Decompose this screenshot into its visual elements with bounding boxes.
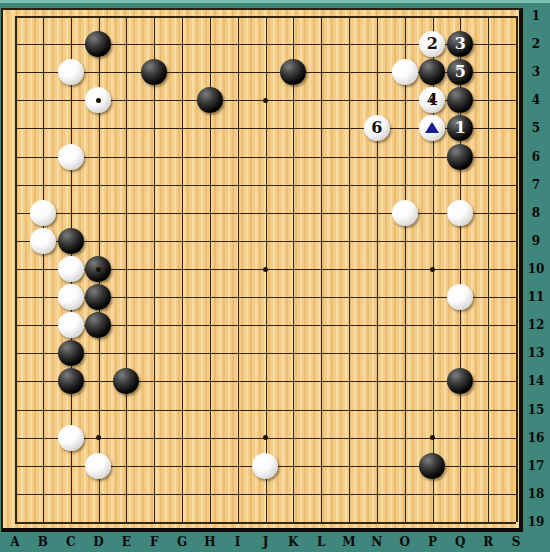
star-point	[96, 267, 101, 272]
col-label-K: K	[284, 535, 302, 549]
board-point-Q5: 1	[446, 114, 474, 142]
star-point	[96, 98, 101, 103]
board-point-H4	[196, 86, 224, 114]
stone-white-P5[interactable]	[419, 115, 445, 141]
stone-white-C11[interactable]	[58, 284, 84, 310]
row-label-15: 15	[524, 403, 548, 417]
stone-black-P17[interactable]	[419, 453, 445, 479]
row-label-7: 7	[524, 178, 548, 192]
stone-white-Q8[interactable]	[447, 200, 473, 226]
stone-black-F3[interactable]	[141, 59, 167, 85]
col-label-A: A	[6, 535, 24, 549]
row-label-19: 19	[524, 515, 548, 529]
col-label-B: B	[34, 535, 52, 549]
board-point-O3	[391, 58, 419, 86]
stone-black-C13[interactable]	[58, 340, 84, 366]
stone-black-Q6[interactable]	[447, 144, 473, 170]
stone-black-H4[interactable]	[197, 87, 223, 113]
board-point-D11	[85, 283, 113, 311]
stone-black-Q4[interactable]	[447, 87, 473, 113]
board-point-D2	[85, 30, 113, 58]
stone-white-P2[interactable]: 2	[419, 31, 445, 57]
col-label-D: D	[90, 535, 108, 549]
row-label-6: 6	[524, 150, 548, 164]
row-label-16: 16	[524, 431, 548, 445]
col-label-E: E	[117, 535, 135, 549]
col-label-I: I	[229, 535, 247, 549]
board-point-D17	[85, 452, 113, 480]
board-point-Q6	[446, 142, 474, 170]
stone-white-C6[interactable]	[58, 144, 84, 170]
stone-white-J17[interactable]	[252, 453, 278, 479]
board-point-D12	[85, 311, 113, 339]
stone-black-E14[interactable]	[113, 368, 139, 394]
triangle-marker	[425, 122, 439, 133]
board-point-Q8	[446, 199, 474, 227]
stone-black-D2[interactable]	[85, 31, 111, 57]
board-point-P2: 2	[419, 30, 447, 58]
row-label-10: 10	[524, 262, 548, 276]
board-point-O8	[391, 199, 419, 227]
row-label-5: 5	[524, 121, 548, 135]
stone-black-D11[interactable]	[85, 284, 111, 310]
board-point-B8	[29, 199, 57, 227]
stone-white-O3[interactable]	[392, 59, 418, 85]
stone-black-Q2[interactable]: 3	[447, 31, 473, 57]
board-point-N5: 6	[363, 114, 391, 142]
col-label-R: R	[479, 535, 497, 549]
stone-black-D12[interactable]	[85, 312, 111, 338]
col-label-P: P	[424, 535, 442, 549]
col-label-N: N	[368, 535, 386, 549]
row-label-11: 11	[524, 290, 548, 304]
col-label-M: M	[340, 535, 358, 549]
board-point-K3	[279, 58, 307, 86]
col-label-H: H	[201, 535, 219, 549]
board-point-Q2: 3	[446, 30, 474, 58]
star-point	[430, 267, 435, 272]
stone-black-Q14[interactable]	[447, 368, 473, 394]
stone-black-Q3[interactable]: 5	[447, 59, 473, 85]
stone-white-Q11[interactable]	[447, 284, 473, 310]
board-point-C13	[57, 339, 85, 367]
stone-white-O8[interactable]	[392, 200, 418, 226]
stone-black-C9[interactable]	[58, 228, 84, 254]
board-point-E14	[112, 367, 140, 395]
board-point-C14	[57, 367, 85, 395]
go-diagram: 351246 ABCDEFGHIJKLMNOPQRS12345678910111…	[0, 0, 550, 552]
board-point-C16	[57, 424, 85, 452]
row-label-2: 2	[524, 37, 548, 51]
row-label-8: 8	[524, 206, 548, 220]
row-label-9: 9	[524, 234, 548, 248]
row-label-13: 13	[524, 346, 548, 360]
col-label-J: J	[257, 535, 275, 549]
col-label-Q: Q	[451, 535, 469, 549]
stone-white-D17[interactable]	[85, 453, 111, 479]
row-label-17: 17	[524, 459, 548, 473]
stone-white-B9[interactable]	[30, 228, 56, 254]
stone-black-C14[interactable]	[58, 368, 84, 394]
col-label-F: F	[145, 535, 163, 549]
board-point-P3	[419, 58, 447, 86]
board-point-C9	[57, 227, 85, 255]
stone-black-K3[interactable]	[280, 59, 306, 85]
col-label-G: G	[173, 535, 191, 549]
row-label-3: 3	[524, 65, 548, 79]
stone-white-C10[interactable]	[58, 256, 84, 282]
star-point	[263, 267, 268, 272]
col-label-C: C	[62, 535, 80, 549]
row-label-14: 14	[524, 374, 548, 388]
row-label-1: 1	[524, 9, 548, 23]
board-point-Q11	[446, 283, 474, 311]
stone-white-B8[interactable]	[30, 200, 56, 226]
board-point-Q3: 5	[446, 58, 474, 86]
board-point-C3	[57, 58, 85, 86]
board-point-Q4	[446, 86, 474, 114]
col-label-O: O	[396, 535, 414, 549]
board-point-C10	[57, 255, 85, 283]
star-point	[263, 98, 268, 103]
board-point-C11	[57, 283, 85, 311]
board-point-C6	[57, 142, 85, 170]
board-point-P17	[419, 452, 447, 480]
col-label-S: S	[507, 535, 525, 549]
col-label-L: L	[312, 535, 330, 549]
row-label-12: 12	[524, 318, 548, 332]
stone-white-C3[interactable]	[58, 59, 84, 85]
stone-white-C12[interactable]	[58, 312, 84, 338]
stone-black-Q5[interactable]: 1	[447, 115, 473, 141]
board-point-F3	[140, 58, 168, 86]
star-point	[430, 98, 435, 103]
board-point-J17	[252, 452, 280, 480]
row-label-18: 18	[524, 487, 548, 501]
board-point-B9	[29, 227, 57, 255]
stone-white-N5[interactable]: 6	[364, 115, 390, 141]
board-point-C12	[57, 311, 85, 339]
stone-white-C16[interactable]	[58, 425, 84, 451]
row-label-4: 4	[524, 93, 548, 107]
stone-black-P3[interactable]	[419, 59, 445, 85]
board-point-Q14	[446, 367, 474, 395]
board-point-P5	[419, 114, 447, 142]
